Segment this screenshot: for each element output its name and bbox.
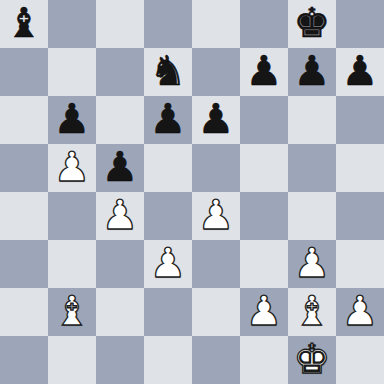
piece-white-pawn[interactable]: ♟ [342,288,379,335]
square-c2[interactable] [96,288,144,336]
square-h7[interactable]: ♟ [336,48,384,96]
square-g2[interactable]: ♝ [288,288,336,336]
piece-black-king[interactable]: ♚ [294,0,331,47]
square-b4[interactable] [48,192,96,240]
square-d2[interactable] [144,288,192,336]
square-h3[interactable] [336,240,384,288]
square-e3[interactable] [192,240,240,288]
square-f8[interactable] [240,0,288,48]
square-h8[interactable] [336,0,384,48]
square-g4[interactable] [288,192,336,240]
square-b2[interactable]: ♝ [48,288,96,336]
piece-white-bishop[interactable]: ♝ [54,288,91,335]
square-f3[interactable] [240,240,288,288]
square-e4[interactable]: ♟ [192,192,240,240]
square-b8[interactable] [48,0,96,48]
square-d3[interactable]: ♟ [144,240,192,288]
piece-black-bishop[interactable]: ♝ [6,0,43,47]
square-a2[interactable] [0,288,48,336]
square-g5[interactable] [288,144,336,192]
square-e2[interactable] [192,288,240,336]
square-g1[interactable]: ♚ [288,336,336,384]
square-a5[interactable] [0,144,48,192]
piece-white-pawn[interactable]: ♟ [294,240,331,287]
square-a6[interactable] [0,96,48,144]
square-f6[interactable] [240,96,288,144]
square-d6[interactable]: ♟ [144,96,192,144]
square-b5[interactable]: ♟ [48,144,96,192]
square-d7[interactable]: ♞ [144,48,192,96]
square-c3[interactable] [96,240,144,288]
piece-black-pawn[interactable]: ♟ [294,48,331,95]
square-a1[interactable] [0,336,48,384]
square-e5[interactable] [192,144,240,192]
square-c8[interactable] [96,0,144,48]
piece-black-knight[interactable]: ♞ [150,48,187,95]
square-h5[interactable] [336,144,384,192]
square-g3[interactable]: ♟ [288,240,336,288]
square-c1[interactable] [96,336,144,384]
square-g8[interactable]: ♚ [288,0,336,48]
square-h4[interactable] [336,192,384,240]
square-c4[interactable]: ♟ [96,192,144,240]
square-b3[interactable] [48,240,96,288]
piece-black-pawn[interactable]: ♟ [102,144,139,191]
square-d5[interactable] [144,144,192,192]
square-d8[interactable] [144,0,192,48]
piece-black-pawn[interactable]: ♟ [246,48,283,95]
square-e8[interactable] [192,0,240,48]
square-c7[interactable] [96,48,144,96]
piece-black-pawn[interactable]: ♟ [198,96,235,143]
square-f7[interactable]: ♟ [240,48,288,96]
square-h2[interactable]: ♟ [336,288,384,336]
piece-white-bishop[interactable]: ♝ [294,288,331,335]
square-a3[interactable] [0,240,48,288]
square-b6[interactable]: ♟ [48,96,96,144]
square-b7[interactable] [48,48,96,96]
piece-white-pawn[interactable]: ♟ [150,240,187,287]
square-f4[interactable] [240,192,288,240]
piece-white-pawn[interactable]: ♟ [54,144,91,191]
square-d1[interactable] [144,336,192,384]
chess-board: ♝♚♞♟♟♟♟♟♟♟♟♟♟♟♟♝♟♝♟♚ [0,0,384,384]
square-h1[interactable] [336,336,384,384]
piece-white-pawn[interactable]: ♟ [246,288,283,335]
piece-black-pawn[interactable]: ♟ [342,48,379,95]
piece-white-pawn[interactable]: ♟ [102,192,139,239]
square-g6[interactable] [288,96,336,144]
square-g7[interactable]: ♟ [288,48,336,96]
piece-white-pawn[interactable]: ♟ [198,192,235,239]
square-f5[interactable] [240,144,288,192]
square-a7[interactable] [0,48,48,96]
piece-white-king[interactable]: ♚ [294,336,331,383]
square-b1[interactable] [48,336,96,384]
square-e7[interactable] [192,48,240,96]
square-d4[interactable] [144,192,192,240]
piece-black-pawn[interactable]: ♟ [150,96,187,143]
square-f2[interactable]: ♟ [240,288,288,336]
square-e1[interactable] [192,336,240,384]
square-h6[interactable] [336,96,384,144]
square-a4[interactable] [0,192,48,240]
square-c5[interactable]: ♟ [96,144,144,192]
square-c6[interactable] [96,96,144,144]
square-e6[interactable]: ♟ [192,96,240,144]
piece-black-pawn[interactable]: ♟ [54,96,91,143]
square-f1[interactable] [240,336,288,384]
square-a8[interactable]: ♝ [0,0,48,48]
